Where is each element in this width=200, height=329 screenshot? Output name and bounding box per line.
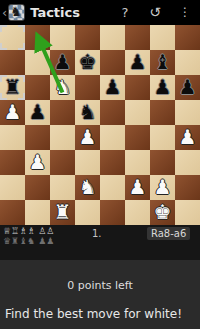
piece-black-pawn: ♟ <box>50 50 75 75</box>
app-icon: ♞ <box>8 4 25 21</box>
piece-black-pawn: ♟ <box>150 75 175 100</box>
square-b5[interactable]: ♟ <box>25 100 50 125</box>
knight-icon: ♞ <box>10 4 22 19</box>
square-e6[interactable]: ♟ <box>100 75 125 100</box>
piece-black-pawn: ♟ <box>125 50 150 75</box>
square-b6[interactable] <box>25 75 50 100</box>
square-c6[interactable]: ♞ <box>50 75 75 100</box>
square-b3[interactable]: ♟ <box>25 150 50 175</box>
square-d1[interactable] <box>75 200 100 225</box>
square-b7[interactable] <box>25 50 50 75</box>
square-h6[interactable]: ♟ <box>175 75 200 100</box>
square-d7[interactable]: ♚ <box>75 50 100 75</box>
piece-white-king: ♚ <box>150 200 175 225</box>
piece-white-rook: ♜ <box>50 200 75 225</box>
square-g1[interactable]: ♚ <box>150 200 175 225</box>
square-d5[interactable]: ♞ <box>75 100 100 125</box>
title-bar: ‹ ♞ Tactics ? ↺ ⋮ <box>0 0 200 25</box>
piece-black-pawn: ♟ <box>100 75 125 100</box>
square-f3[interactable] <box>125 150 150 175</box>
square-f4[interactable] <box>125 125 150 150</box>
square-f8[interactable] <box>125 25 150 50</box>
piece-white-pawn: ♟ <box>175 125 200 150</box>
square-d3[interactable] <box>75 150 100 175</box>
square-f2[interactable]: ♟ <box>125 175 150 200</box>
square-c7[interactable]: ♟ <box>50 50 75 75</box>
square-e1[interactable] <box>100 200 125 225</box>
square-d4[interactable]: ♟ <box>75 125 100 150</box>
square-a5[interactable]: ♟ <box>0 100 25 125</box>
square-h2[interactable] <box>175 175 200 200</box>
piece-white-pawn: ♟ <box>0 100 25 125</box>
piece-white-pawn: ♟ <box>150 175 175 200</box>
square-d8[interactable] <box>75 25 100 50</box>
square-g5[interactable] <box>150 100 175 125</box>
move-list-item[interactable]: Ra8-a6 <box>147 227 190 240</box>
square-a2[interactable] <box>0 175 25 200</box>
square-c3[interactable] <box>50 150 75 175</box>
chess-board: ♟♚♟♝♜♞♟♟♟♟♟♞♟♟♟♞♟♟♜♚ <box>0 25 200 225</box>
square-b4[interactable] <box>25 125 50 150</box>
points-left-label: 0 points left <box>0 279 200 292</box>
move-number: 1. <box>92 228 102 239</box>
square-f7[interactable]: ♟ <box>125 50 150 75</box>
square-c2[interactable] <box>50 175 75 200</box>
square-g6[interactable]: ♟ <box>150 75 175 100</box>
square-h5[interactable] <box>175 100 200 125</box>
captured-black-pieces: ♛♜♝♞ ♟♟ <box>3 237 54 246</box>
captured-white-pieces: ♕♖♗♗ ♙♙ <box>3 227 54 236</box>
square-h1[interactable] <box>175 200 200 225</box>
piece-black-pawn: ♟ <box>25 100 50 125</box>
app-screen: ‹ ♞ Tactics ? ↺ ⋮ ♟♚♟♝♜♞♟♟♟♟♟♞♟♟♟♞♟♟♜♚ ♕… <box>0 0 200 329</box>
square-d2[interactable]: ♞ <box>75 175 100 200</box>
square-g4[interactable] <box>150 125 175 150</box>
square-h7[interactable] <box>175 50 200 75</box>
piece-white-knight: ♞ <box>50 75 75 100</box>
task-prompt: Find the best move for white! <box>5 307 182 321</box>
square-e8[interactable] <box>100 25 125 50</box>
square-b8[interactable] <box>25 25 50 50</box>
square-c1[interactable]: ♜ <box>50 200 75 225</box>
square-e5[interactable] <box>100 100 125 125</box>
square-a8[interactable] <box>0 25 25 50</box>
square-e4[interactable] <box>100 125 125 150</box>
square-g8[interactable] <box>150 25 175 50</box>
square-g7[interactable]: ♝ <box>150 50 175 75</box>
square-e2[interactable] <box>100 175 125 200</box>
square-a6[interactable]: ♜ <box>0 75 25 100</box>
square-f5[interactable] <box>125 100 150 125</box>
square-e3[interactable] <box>100 150 125 175</box>
page-title: Tactics <box>30 5 110 20</box>
capture-and-moves-strip: ♕♖♗♗ ♙♙ ♛♜♝♞ ♟♟ 1. Ra8-a6 <box>0 225 200 260</box>
square-g3[interactable] <box>150 150 175 175</box>
piece-black-knight: ♞ <box>75 100 100 125</box>
piece-white-pawn: ♟ <box>125 175 150 200</box>
square-c5[interactable] <box>50 100 75 125</box>
restart-icon[interactable]: ↺ <box>140 0 170 25</box>
square-h3[interactable] <box>175 150 200 175</box>
piece-black-pawn: ♟ <box>175 75 200 100</box>
help-button[interactable]: ? <box>110 0 140 25</box>
square-a1[interactable] <box>0 200 25 225</box>
square-d6[interactable] <box>75 75 100 100</box>
square-c8[interactable] <box>50 25 75 50</box>
square-c4[interactable] <box>50 125 75 150</box>
square-b2[interactable] <box>25 175 50 200</box>
piece-black-king: ♚ <box>75 50 100 75</box>
square-g2[interactable]: ♟ <box>150 175 175 200</box>
square-a4[interactable] <box>0 125 25 150</box>
piece-black-bishop: ♝ <box>150 50 175 75</box>
square-a7[interactable] <box>0 50 25 75</box>
square-f6[interactable] <box>125 75 150 100</box>
square-f1[interactable] <box>125 200 150 225</box>
square-h4[interactable]: ♟ <box>175 125 200 150</box>
square-a3[interactable] <box>0 150 25 175</box>
back-icon[interactable]: ‹ <box>0 0 8 25</box>
square-e7[interactable] <box>100 50 125 75</box>
square-b1[interactable] <box>25 200 50 225</box>
piece-white-pawn: ♟ <box>75 125 100 150</box>
overflow-menu-icon[interactable]: ⋮ <box>170 0 200 25</box>
square-h8[interactable] <box>175 25 200 50</box>
piece-white-pawn: ♟ <box>25 150 50 175</box>
piece-black-rook: ♜ <box>0 75 25 100</box>
piece-white-knight: ♞ <box>75 175 100 200</box>
